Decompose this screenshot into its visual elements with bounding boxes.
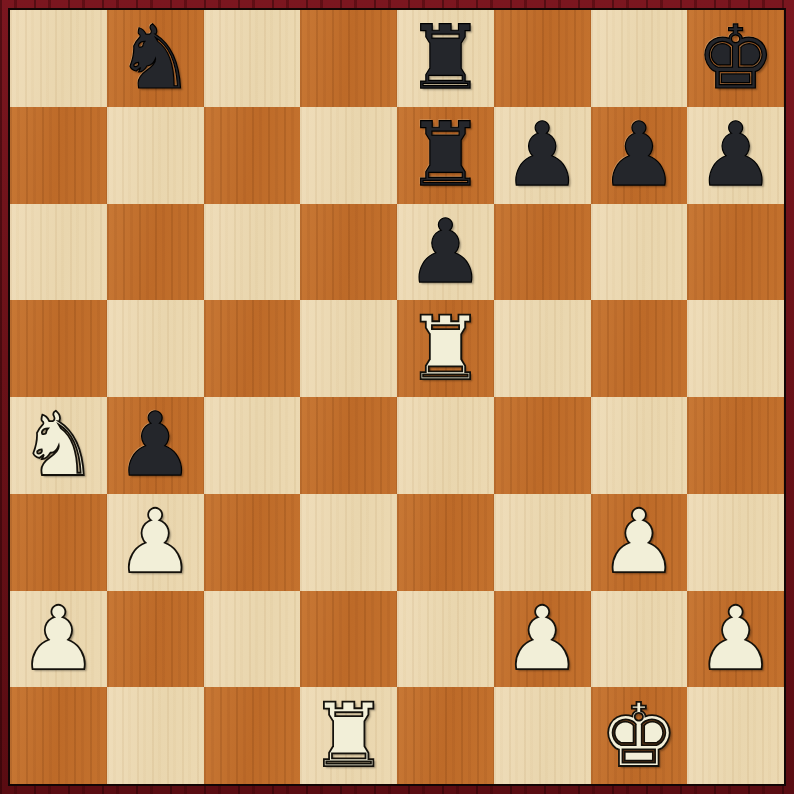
black-pawn[interactable]: ♟	[696, 107, 775, 203]
square-a5[interactable]	[10, 300, 107, 397]
square-e8[interactable]: ♜	[397, 10, 494, 107]
square-c4[interactable]	[204, 397, 301, 494]
square-e5[interactable]: ♜	[397, 300, 494, 397]
square-b3[interactable]: ♟	[107, 494, 204, 591]
square-g1[interactable]: ♚	[591, 687, 688, 784]
square-a4[interactable]: ♞	[10, 397, 107, 494]
square-g5[interactable]	[591, 300, 688, 397]
white-pawn[interactable]: ♟	[116, 494, 195, 590]
square-b1[interactable]	[107, 687, 204, 784]
square-g4[interactable]	[591, 397, 688, 494]
square-h5[interactable]	[687, 300, 784, 397]
white-rook[interactable]: ♜	[309, 688, 388, 784]
square-a8[interactable]	[10, 10, 107, 107]
square-e7[interactable]: ♜	[397, 107, 494, 204]
square-a2[interactable]: ♟	[10, 591, 107, 688]
black-king[interactable]: ♚	[696, 10, 775, 106]
square-e3[interactable]	[397, 494, 494, 591]
square-g8[interactable]	[591, 10, 688, 107]
square-b8[interactable]: ♞	[107, 10, 204, 107]
square-g2[interactable]	[591, 591, 688, 688]
square-c3[interactable]	[204, 494, 301, 591]
square-d6[interactable]	[300, 204, 397, 301]
square-f5[interactable]	[494, 300, 591, 397]
square-f6[interactable]	[494, 204, 591, 301]
square-e4[interactable]	[397, 397, 494, 494]
square-a7[interactable]	[10, 107, 107, 204]
black-pawn[interactable]: ♟	[116, 397, 195, 493]
square-f2[interactable]: ♟	[494, 591, 591, 688]
square-e1[interactable]	[397, 687, 494, 784]
black-rook[interactable]: ♜	[406, 107, 485, 203]
square-c5[interactable]	[204, 300, 301, 397]
white-rook[interactable]: ♜	[406, 301, 485, 397]
square-g7[interactable]: ♟	[591, 107, 688, 204]
square-c7[interactable]	[204, 107, 301, 204]
square-h2[interactable]: ♟	[687, 591, 784, 688]
black-knight[interactable]: ♞	[116, 10, 195, 106]
square-d5[interactable]	[300, 300, 397, 397]
square-h7[interactable]: ♟	[687, 107, 784, 204]
square-f7[interactable]: ♟	[494, 107, 591, 204]
black-pawn[interactable]: ♟	[503, 107, 582, 203]
black-rook[interactable]: ♜	[406, 10, 485, 106]
white-pawn[interactable]: ♟	[696, 591, 775, 687]
square-h8[interactable]: ♚	[687, 10, 784, 107]
square-g3[interactable]: ♟	[591, 494, 688, 591]
square-e2[interactable]	[397, 591, 494, 688]
square-b4[interactable]: ♟	[107, 397, 204, 494]
square-b5[interactable]	[107, 300, 204, 397]
square-a3[interactable]	[10, 494, 107, 591]
square-b2[interactable]	[107, 591, 204, 688]
square-b7[interactable]	[107, 107, 204, 204]
square-d8[interactable]	[300, 10, 397, 107]
black-pawn[interactable]: ♟	[406, 204, 485, 300]
square-d4[interactable]	[300, 397, 397, 494]
white-pawn[interactable]: ♟	[599, 494, 678, 590]
square-g6[interactable]	[591, 204, 688, 301]
square-h4[interactable]	[687, 397, 784, 494]
square-h3[interactable]	[687, 494, 784, 591]
square-c6[interactable]	[204, 204, 301, 301]
white-pawn[interactable]: ♟	[19, 591, 98, 687]
board-frame: ♞♜♚♜♟♟♟♟♜♞♟♟♟♟♟♟♜♚	[0, 0, 794, 794]
square-f1[interactable]	[494, 687, 591, 784]
square-c8[interactable]	[204, 10, 301, 107]
white-pawn[interactable]: ♟	[503, 591, 582, 687]
chess-board: ♞♜♚♜♟♟♟♟♜♞♟♟♟♟♟♟♜♚	[10, 10, 784, 784]
square-a6[interactable]	[10, 204, 107, 301]
square-a1[interactable]	[10, 687, 107, 784]
square-d7[interactable]	[300, 107, 397, 204]
square-d3[interactable]	[300, 494, 397, 591]
white-king[interactable]: ♚	[599, 688, 678, 784]
square-h1[interactable]	[687, 687, 784, 784]
square-f3[interactable]	[494, 494, 591, 591]
square-h6[interactable]	[687, 204, 784, 301]
white-knight[interactable]: ♞	[19, 397, 98, 493]
square-c2[interactable]	[204, 591, 301, 688]
square-d2[interactable]	[300, 591, 397, 688]
square-f4[interactable]	[494, 397, 591, 494]
board-inner-border: ♞♜♚♜♟♟♟♟♜♞♟♟♟♟♟♟♜♚	[8, 8, 786, 786]
square-c1[interactable]	[204, 687, 301, 784]
black-pawn[interactable]: ♟	[599, 107, 678, 203]
square-b6[interactable]	[107, 204, 204, 301]
square-e6[interactable]: ♟	[397, 204, 494, 301]
square-d1[interactable]: ♜	[300, 687, 397, 784]
square-f8[interactable]	[494, 10, 591, 107]
